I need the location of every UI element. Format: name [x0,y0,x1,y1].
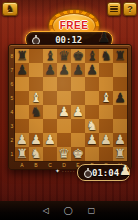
piece-white-pawn: ♟ [113,133,127,147]
square-g1[interactable] [99,147,113,161]
stopwatch-icon [84,169,92,177]
board-grid: ♜♝♛♚♝♞♜♟♟♟♟♟♝♝♟♞♟♟♞♟♟♟♟♟♟♜♞♛♚♜ [15,49,127,161]
white-pawn-icon: ♟ [119,163,132,177]
white-clock-time: 01:04 [92,168,119,178]
square-a1[interactable]: ♜ [15,147,29,161]
piece-black-pawn: ♟ [85,63,99,77]
square-c5[interactable] [43,91,57,105]
square-h7[interactable] [113,63,127,77]
piece-white-pawn: ♟ [85,133,99,147]
android-navbar: ◁ ◯ ▢ [0,201,138,220]
chess-board: 87654321 ♜♝♛♚♝♞♜♟♟♟♟♟♝♝♟♞♟♟♞♟♟♟♟♟♟♜♞♛♚♜ … [8,44,132,170]
app-piece-button[interactable]: ♞ [2,2,18,16]
square-a8[interactable]: ♜ [15,49,29,63]
black-clock-time: 00:12 [40,35,97,45]
piece-black-rook: ♜ [15,49,29,63]
piece-white-knight: ♞ [29,147,43,161]
square-d3[interactable] [57,119,71,133]
square-g8[interactable]: ♞ [99,49,113,63]
square-h4[interactable] [113,105,127,119]
square-d6[interactable] [57,77,71,91]
square-d7[interactable]: ♟ [57,63,71,77]
piece-white-pawn: ♟ [99,133,113,147]
piece-black-pawn: ♟ [43,63,57,77]
square-a6[interactable] [15,77,29,91]
menu-icon [110,6,118,13]
menu-button[interactable] [107,2,121,16]
piece-black-knight: ♞ [99,49,113,63]
file-label-b: B [29,161,43,169]
square-h8[interactable]: ♜ [113,49,127,63]
chess-app-screen: ♞ FREE ? 00:12 ♟ 87654321 ♜♝♛♚♝♞♜♟♟♟♟♟♝♝… [0,0,138,220]
piece-black-pawn: ♟ [57,63,71,77]
square-e6[interactable] [71,77,85,91]
square-f5[interactable] [85,91,99,105]
square-h1[interactable]: ♜ [113,147,127,161]
square-f8[interactable]: ♝ [85,49,99,63]
square-d2[interactable] [57,133,71,147]
piece-white-rook: ♜ [113,147,127,161]
piece-white-queen: ♛ [57,147,71,161]
square-d8[interactable]: ♛ [57,49,71,63]
square-b5[interactable]: ♝ [29,91,43,105]
square-f4[interactable] [85,105,99,119]
square-g4[interactable] [99,105,113,119]
square-e7[interactable]: ♟ [71,63,85,77]
piece-white-pawn: ♟ [43,133,57,147]
square-d5[interactable] [57,91,71,105]
piece-white-pawn: ♟ [71,105,85,119]
square-e8[interactable]: ♚ [71,49,85,63]
piece-white-pawn: ♟ [57,105,71,119]
square-e1[interactable]: ♚ [71,147,85,161]
help-button[interactable]: ? [123,2,137,16]
square-d1[interactable]: ♛ [57,147,71,161]
square-a5[interactable] [15,91,29,105]
piece-black-queen: ♛ [57,49,71,63]
back-button[interactable]: ◁ [43,207,49,215]
square-h2[interactable]: ♟ [113,133,127,147]
square-c1[interactable] [43,147,57,161]
square-d4[interactable]: ♟ [57,105,71,119]
square-f6[interactable] [85,77,99,91]
square-b1[interactable]: ♞ [29,147,43,161]
piece-white-pawn: ♟ [29,133,43,147]
square-a4[interactable] [15,105,29,119]
black-pawn-icon: ♟ [97,30,110,44]
square-f2[interactable]: ♟ [85,133,99,147]
square-b2[interactable]: ♟ [29,133,43,147]
square-e5[interactable] [71,91,85,105]
square-b4[interactable]: ♞ [29,105,43,119]
file-label-a: A [15,161,29,169]
square-b8[interactable] [29,49,43,63]
piece-black-pawn: ♟ [15,63,29,77]
square-g2[interactable]: ♟ [99,133,113,147]
square-a7[interactable]: ♟ [15,63,29,77]
square-g7[interactable] [99,63,113,77]
square-b3[interactable] [29,119,43,133]
square-b6[interactable] [29,77,43,91]
stopwatch-icon [32,36,40,44]
piece-white-knight: ♞ [85,119,99,133]
square-c2[interactable]: ♟ [43,133,57,147]
star-icon: ✦ [55,167,60,174]
piece-white-rook: ♜ [15,147,29,161]
piece-black-bishop: ♝ [85,49,99,63]
piece-white-bishop: ♝ [99,91,113,105]
square-h5[interactable]: ♟ [113,91,127,105]
square-g6[interactable] [99,77,113,91]
recents-button[interactable]: ▢ [88,207,96,215]
piece-white-pawn: ♟ [15,133,29,147]
square-c3[interactable] [43,119,57,133]
question-mark-icon: ? [127,4,133,14]
square-f1[interactable] [85,147,99,161]
piece-black-king: ♚ [71,49,85,63]
knight-icon: ♞ [6,4,15,14]
square-f3[interactable]: ♞ [85,119,99,133]
square-a3[interactable] [15,119,29,133]
square-f7[interactable]: ♟ [85,63,99,77]
piece-white-king: ♚ [71,147,85,161]
piece-black-pawn: ♟ [71,63,85,77]
square-h6[interactable] [113,77,127,91]
square-e2[interactable] [71,133,85,147]
free-badge-label: FREE [60,20,89,31]
square-g5[interactable]: ♝ [99,91,113,105]
white-clock-panel: 01:04 ♟ [77,164,130,181]
piece-black-rook: ♜ [113,49,127,63]
piece-white-bishop: ♝ [29,91,43,105]
square-c6[interactable] [43,77,57,91]
piece-black-bishop: ♝ [43,49,57,63]
move-dots: ····· [62,168,75,174]
square-h3[interactable] [113,119,127,133]
square-a2[interactable]: ♟ [15,133,29,147]
home-button[interactable]: ◯ [64,207,73,215]
square-c8[interactable]: ♝ [43,49,57,63]
square-c4[interactable] [43,105,57,119]
square-b7[interactable] [29,63,43,77]
square-e3[interactable] [71,119,85,133]
square-g3[interactable] [99,119,113,133]
square-e4[interactable]: ♟ [71,105,85,119]
piece-black-pawn: ♟ [113,91,127,105]
square-c7[interactable]: ♟ [43,63,57,77]
piece-black-knight: ♞ [29,105,43,119]
